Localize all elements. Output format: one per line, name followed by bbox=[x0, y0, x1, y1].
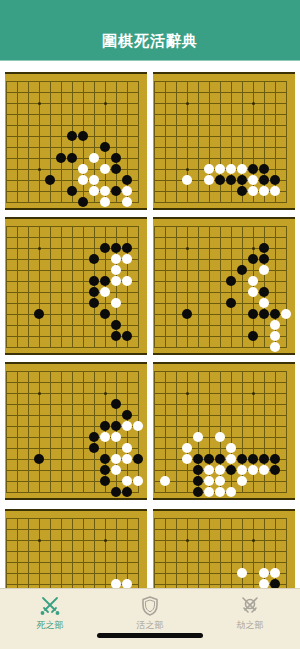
white-stone bbox=[215, 487, 225, 497]
white-stone bbox=[237, 164, 247, 174]
black-stone bbox=[111, 243, 121, 253]
black-stone bbox=[111, 164, 121, 174]
white-stone bbox=[111, 276, 121, 286]
black-stone bbox=[78, 197, 88, 207]
white-stone bbox=[111, 298, 121, 308]
white-stone bbox=[111, 254, 121, 264]
black-stone bbox=[226, 175, 236, 185]
black-stone bbox=[100, 142, 110, 152]
black-stone bbox=[193, 465, 203, 475]
white-stone bbox=[270, 186, 280, 196]
white-stone bbox=[259, 298, 269, 308]
white-stone bbox=[193, 432, 203, 442]
black-stone bbox=[204, 454, 214, 464]
black-stone bbox=[122, 331, 132, 341]
black-stone bbox=[248, 164, 258, 174]
white-stone bbox=[122, 421, 132, 431]
white-stone bbox=[270, 320, 280, 330]
black-stone bbox=[111, 399, 121, 409]
black-stone bbox=[270, 465, 280, 475]
black-stone bbox=[89, 432, 99, 442]
white-stone bbox=[237, 476, 247, 486]
star-point bbox=[252, 102, 255, 105]
black-stone bbox=[67, 186, 77, 196]
white-stone bbox=[182, 454, 192, 464]
white-stone bbox=[237, 465, 247, 475]
star-point bbox=[38, 168, 41, 171]
black-stone bbox=[34, 454, 44, 464]
black-stone bbox=[193, 454, 203, 464]
star-point bbox=[252, 392, 255, 395]
star-point bbox=[104, 102, 107, 105]
board-grid bbox=[6, 371, 139, 493]
white-stone bbox=[78, 164, 88, 174]
white-stone bbox=[237, 568, 247, 578]
white-stone bbox=[133, 421, 143, 431]
white-stone bbox=[270, 342, 280, 352]
white-stone bbox=[215, 476, 225, 486]
black-stone bbox=[226, 276, 236, 286]
home-indicator bbox=[97, 633, 203, 638]
shield-icon bbox=[138, 594, 162, 618]
black-stone bbox=[122, 410, 132, 420]
star-point bbox=[252, 247, 255, 250]
white-stone bbox=[89, 175, 99, 185]
tab-label: 死之部 bbox=[37, 619, 64, 632]
black-stone bbox=[259, 454, 269, 464]
black-stone bbox=[89, 443, 99, 453]
white-stone bbox=[182, 443, 192, 453]
white-stone bbox=[270, 331, 280, 341]
black-stone bbox=[259, 254, 269, 264]
black-stone bbox=[226, 465, 236, 475]
star-point bbox=[252, 539, 255, 542]
black-stone bbox=[248, 454, 258, 464]
black-stone bbox=[89, 298, 99, 308]
swords-shield-icon bbox=[238, 594, 262, 618]
tab-death-section[interactable]: 死之部 bbox=[0, 589, 100, 649]
black-stone bbox=[270, 454, 280, 464]
black-stone bbox=[122, 243, 132, 253]
black-stone bbox=[100, 276, 110, 286]
black-stone bbox=[100, 421, 110, 431]
black-stone bbox=[111, 186, 121, 196]
black-stone bbox=[259, 287, 269, 297]
white-stone bbox=[122, 254, 132, 264]
black-stone bbox=[270, 175, 280, 185]
black-stone bbox=[100, 309, 110, 319]
tab-label: 劫之部 bbox=[237, 619, 264, 632]
black-stone bbox=[100, 476, 110, 486]
white-stone bbox=[248, 465, 258, 475]
star-point bbox=[186, 168, 189, 171]
black-stone bbox=[248, 254, 258, 264]
white-stone bbox=[226, 443, 236, 453]
white-stone bbox=[100, 432, 110, 442]
board-thumbnail-6[interactable] bbox=[153, 362, 295, 500]
white-stone bbox=[111, 432, 121, 442]
white-stone bbox=[78, 175, 88, 185]
white-stone bbox=[226, 487, 236, 497]
white-stone bbox=[215, 164, 225, 174]
white-stone bbox=[226, 454, 236, 464]
white-stone bbox=[248, 276, 258, 286]
black-stone bbox=[193, 487, 203, 497]
white-stone bbox=[248, 175, 258, 185]
white-stone bbox=[111, 465, 121, 475]
white-stone bbox=[100, 287, 110, 297]
white-stone bbox=[100, 164, 110, 174]
white-stone bbox=[89, 153, 99, 163]
black-stone bbox=[237, 265, 247, 275]
star-point bbox=[38, 247, 41, 250]
white-stone bbox=[248, 287, 258, 297]
header: 圍棋死活辭典 bbox=[0, 0, 300, 61]
black-stone bbox=[193, 476, 203, 486]
black-stone bbox=[89, 287, 99, 297]
star-point bbox=[186, 102, 189, 105]
star-point bbox=[38, 539, 41, 542]
board-thumbnail-2[interactable] bbox=[153, 72, 295, 210]
white-stone bbox=[122, 276, 132, 286]
white-stone bbox=[248, 186, 258, 196]
black-stone bbox=[45, 175, 55, 185]
black-stone bbox=[89, 276, 99, 286]
white-stone bbox=[281, 309, 291, 319]
star-point bbox=[104, 392, 107, 395]
star-point bbox=[186, 539, 189, 542]
board-thumbnail-1[interactable] bbox=[5, 72, 147, 210]
board-grid bbox=[6, 81, 139, 203]
black-stone bbox=[237, 175, 247, 185]
app-title: 圍棋死活辭典 bbox=[102, 32, 198, 51]
white-stone bbox=[122, 186, 132, 196]
white-stone bbox=[204, 476, 214, 486]
black-stone bbox=[100, 454, 110, 464]
black-stone bbox=[78, 131, 88, 141]
tab-bar: 死之部 活之部 劫之部 bbox=[0, 588, 300, 649]
white-stone bbox=[215, 465, 225, 475]
black-stone bbox=[133, 454, 143, 464]
black-stone bbox=[248, 309, 258, 319]
white-stone bbox=[259, 568, 269, 578]
white-stone bbox=[204, 487, 214, 497]
black-stone bbox=[259, 243, 269, 253]
white-stone bbox=[259, 186, 269, 196]
black-stone bbox=[34, 309, 44, 319]
black-stone bbox=[67, 131, 77, 141]
black-stone bbox=[89, 254, 99, 264]
star-point bbox=[186, 392, 189, 395]
white-stone bbox=[215, 432, 225, 442]
board-thumbnail-5[interactable] bbox=[5, 362, 147, 500]
white-stone bbox=[226, 164, 236, 174]
white-stone bbox=[133, 476, 143, 486]
white-stone bbox=[204, 465, 214, 475]
black-stone bbox=[111, 331, 121, 341]
crossed-swords-icon bbox=[38, 594, 62, 618]
star-point bbox=[38, 392, 41, 395]
screen: 圍棋死活辭典 死之部 活之部 bbox=[0, 0, 300, 649]
tab-ko-section[interactable]: 劫之部 bbox=[200, 589, 300, 649]
black-stone bbox=[56, 153, 66, 163]
white-stone bbox=[122, 454, 132, 464]
black-stone bbox=[259, 164, 269, 174]
white-stone bbox=[111, 454, 121, 464]
white-stone bbox=[204, 175, 214, 185]
white-stone bbox=[100, 186, 110, 196]
black-stone bbox=[226, 298, 236, 308]
star-point bbox=[104, 539, 107, 542]
tab-label: 活之部 bbox=[137, 619, 164, 632]
black-stone bbox=[182, 309, 192, 319]
black-stone bbox=[259, 175, 269, 185]
white-stone bbox=[182, 175, 192, 185]
black-stone bbox=[215, 454, 225, 464]
black-stone bbox=[100, 465, 110, 475]
black-stone bbox=[237, 454, 247, 464]
black-stone bbox=[248, 331, 258, 341]
black-stone bbox=[237, 186, 247, 196]
white-stone bbox=[160, 476, 170, 486]
white-stone bbox=[259, 265, 269, 275]
black-stone bbox=[122, 487, 132, 497]
white-stone bbox=[100, 197, 110, 207]
board-thumbnail-4[interactable] bbox=[153, 217, 295, 355]
black-stone bbox=[111, 153, 121, 163]
white-stone bbox=[122, 476, 132, 486]
white-stone bbox=[259, 465, 269, 475]
black-stone bbox=[111, 421, 121, 431]
white-stone bbox=[89, 186, 99, 196]
star-point bbox=[38, 102, 41, 105]
black-stone bbox=[100, 243, 110, 253]
black-stone bbox=[215, 175, 225, 185]
tab-life-section[interactable]: 活之部 bbox=[100, 589, 200, 649]
black-stone bbox=[122, 175, 132, 185]
black-stone bbox=[111, 487, 121, 497]
board-thumbnail-3[interactable] bbox=[5, 217, 147, 355]
white-stone bbox=[122, 197, 132, 207]
black-stone bbox=[111, 320, 121, 330]
black-stone bbox=[259, 309, 269, 319]
white-stone bbox=[111, 265, 121, 275]
black-stone bbox=[67, 153, 77, 163]
star-point bbox=[186, 247, 189, 250]
white-stone bbox=[122, 443, 132, 453]
white-stone bbox=[204, 164, 214, 174]
white-stone bbox=[270, 568, 280, 578]
black-stone bbox=[270, 309, 280, 319]
